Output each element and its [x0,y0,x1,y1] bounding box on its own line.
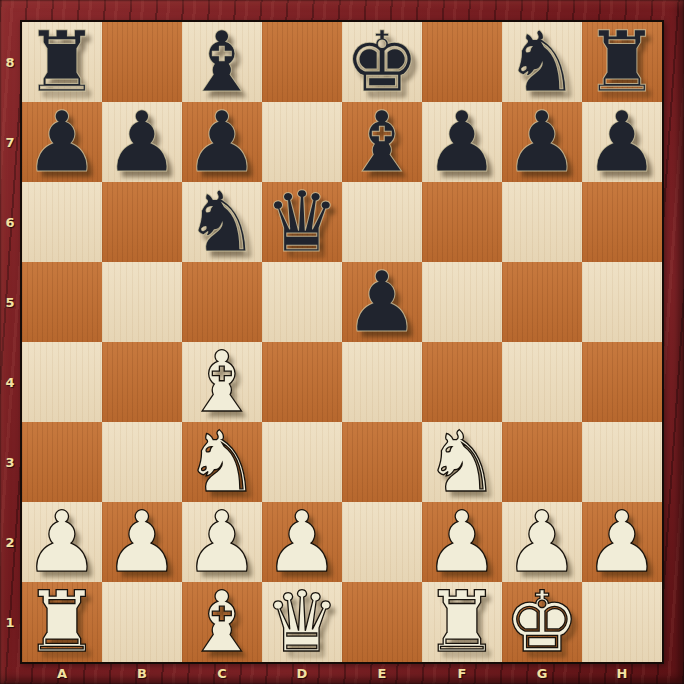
square-f6[interactable] [422,182,502,262]
white-pawn: ♟ [584,502,659,582]
white-pawn: ♟ [184,502,259,582]
square-d5[interactable] [262,262,342,342]
square-d1[interactable]: ♛ [262,582,342,662]
square-b7[interactable]: ♟ [102,102,182,182]
black-pawn: ♟ [504,102,579,182]
square-g4[interactable] [502,342,582,422]
square-b3[interactable] [102,422,182,502]
square-h3[interactable] [582,422,662,502]
square-c1[interactable]: ♝ [182,582,262,662]
square-c7[interactable]: ♟ [182,102,262,182]
square-c2[interactable]: ♟ [182,502,262,582]
square-h1[interactable] [582,582,662,662]
white-pawn: ♟ [24,502,99,582]
white-bishop: ♝ [184,342,259,422]
square-f5[interactable] [422,262,502,342]
square-h2[interactable]: ♟ [582,502,662,582]
square-g3[interactable] [502,422,582,502]
rank-label-8: 8 [0,22,20,102]
square-d6[interactable]: ♛ [262,182,342,262]
black-knight: ♞ [504,22,579,102]
rank-label-4: 4 [0,342,20,422]
square-g5[interactable] [502,262,582,342]
white-queen: ♛ [264,582,339,662]
square-g1[interactable]: ♚ [502,582,582,662]
square-f2[interactable]: ♟ [422,502,502,582]
square-e1[interactable] [342,582,422,662]
square-c5[interactable] [182,262,262,342]
square-d8[interactable] [262,22,342,102]
rank-label-3: 3 [0,422,20,502]
square-b6[interactable] [102,182,182,262]
white-king: ♚ [504,582,579,662]
black-pawn: ♟ [424,102,499,182]
black-king: ♚ [344,22,419,102]
white-rook: ♜ [424,582,499,662]
square-e3[interactable] [342,422,422,502]
rank-label-1: 1 [0,582,20,662]
square-a2[interactable]: ♟ [22,502,102,582]
square-h6[interactable] [582,182,662,262]
square-e5[interactable]: ♟ [342,262,422,342]
square-d7[interactable] [262,102,342,182]
square-f4[interactable] [422,342,502,422]
white-bishop: ♝ [184,582,259,662]
white-knight: ♞ [424,422,499,502]
square-f1[interactable]: ♜ [422,582,502,662]
square-a4[interactable] [22,342,102,422]
square-b4[interactable] [102,342,182,422]
black-pawn: ♟ [24,102,99,182]
rank-label-5: 5 [0,262,20,342]
square-c3[interactable]: ♞ [182,422,262,502]
black-bishop: ♝ [184,22,259,102]
square-g2[interactable]: ♟ [502,502,582,582]
black-pawn: ♟ [184,102,259,182]
square-b8[interactable] [102,22,182,102]
rank-label-6: 6 [0,182,20,262]
square-e4[interactable] [342,342,422,422]
file-label-b: B [102,662,182,684]
black-bishop: ♝ [344,102,419,182]
square-h7[interactable]: ♟ [582,102,662,182]
square-b5[interactable] [102,262,182,342]
square-h5[interactable] [582,262,662,342]
white-pawn: ♟ [104,502,179,582]
white-pawn: ♟ [424,502,499,582]
rank-label-7: 7 [0,102,20,182]
square-b2[interactable]: ♟ [102,502,182,582]
black-pawn: ♟ [104,102,179,182]
square-d4[interactable] [262,342,342,422]
square-e7[interactable]: ♝ [342,102,422,182]
square-d2[interactable]: ♟ [262,502,342,582]
chess-board-frame: ♜♝♚♞♜♟♟♟♝♟♟♟♞♛♟♝♞♞♟♟♟♟♟♟♟♜♝♛♜♚ 87654321A… [0,0,684,684]
square-d3[interactable] [262,422,342,502]
square-f7[interactable]: ♟ [422,102,502,182]
square-c8[interactable]: ♝ [182,22,262,102]
square-g8[interactable]: ♞ [502,22,582,102]
square-a6[interactable] [22,182,102,262]
white-pawn: ♟ [264,502,339,582]
black-pawn: ♟ [344,262,419,342]
square-a1[interactable]: ♜ [22,582,102,662]
square-f8[interactable] [422,22,502,102]
square-h4[interactable] [582,342,662,422]
square-a5[interactable] [22,262,102,342]
black-rook: ♜ [584,22,659,102]
black-rook: ♜ [24,22,99,102]
white-rook: ♜ [24,582,99,662]
square-c4[interactable]: ♝ [182,342,262,422]
white-knight: ♞ [184,422,259,502]
square-g6[interactable] [502,182,582,262]
black-knight: ♞ [184,182,259,262]
square-h8[interactable]: ♜ [582,22,662,102]
square-a8[interactable]: ♜ [22,22,102,102]
black-queen: ♛ [264,182,339,262]
square-e2[interactable] [342,502,422,582]
file-label-h: H [582,662,662,684]
square-a3[interactable] [22,422,102,502]
file-label-e: E [342,662,422,684]
square-c6[interactable]: ♞ [182,182,262,262]
black-pawn: ♟ [584,102,659,182]
square-b1[interactable] [102,582,182,662]
chess-board: ♜♝♚♞♜♟♟♟♝♟♟♟♞♛♟♝♞♞♟♟♟♟♟♟♟♜♝♛♜♚ [20,20,664,664]
square-e6[interactable] [342,182,422,262]
white-pawn: ♟ [504,502,579,582]
square-f3[interactable]: ♞ [422,422,502,502]
square-g7[interactable]: ♟ [502,102,582,182]
square-a7[interactable]: ♟ [22,102,102,182]
square-e8[interactable]: ♚ [342,22,422,102]
rank-label-2: 2 [0,502,20,582]
